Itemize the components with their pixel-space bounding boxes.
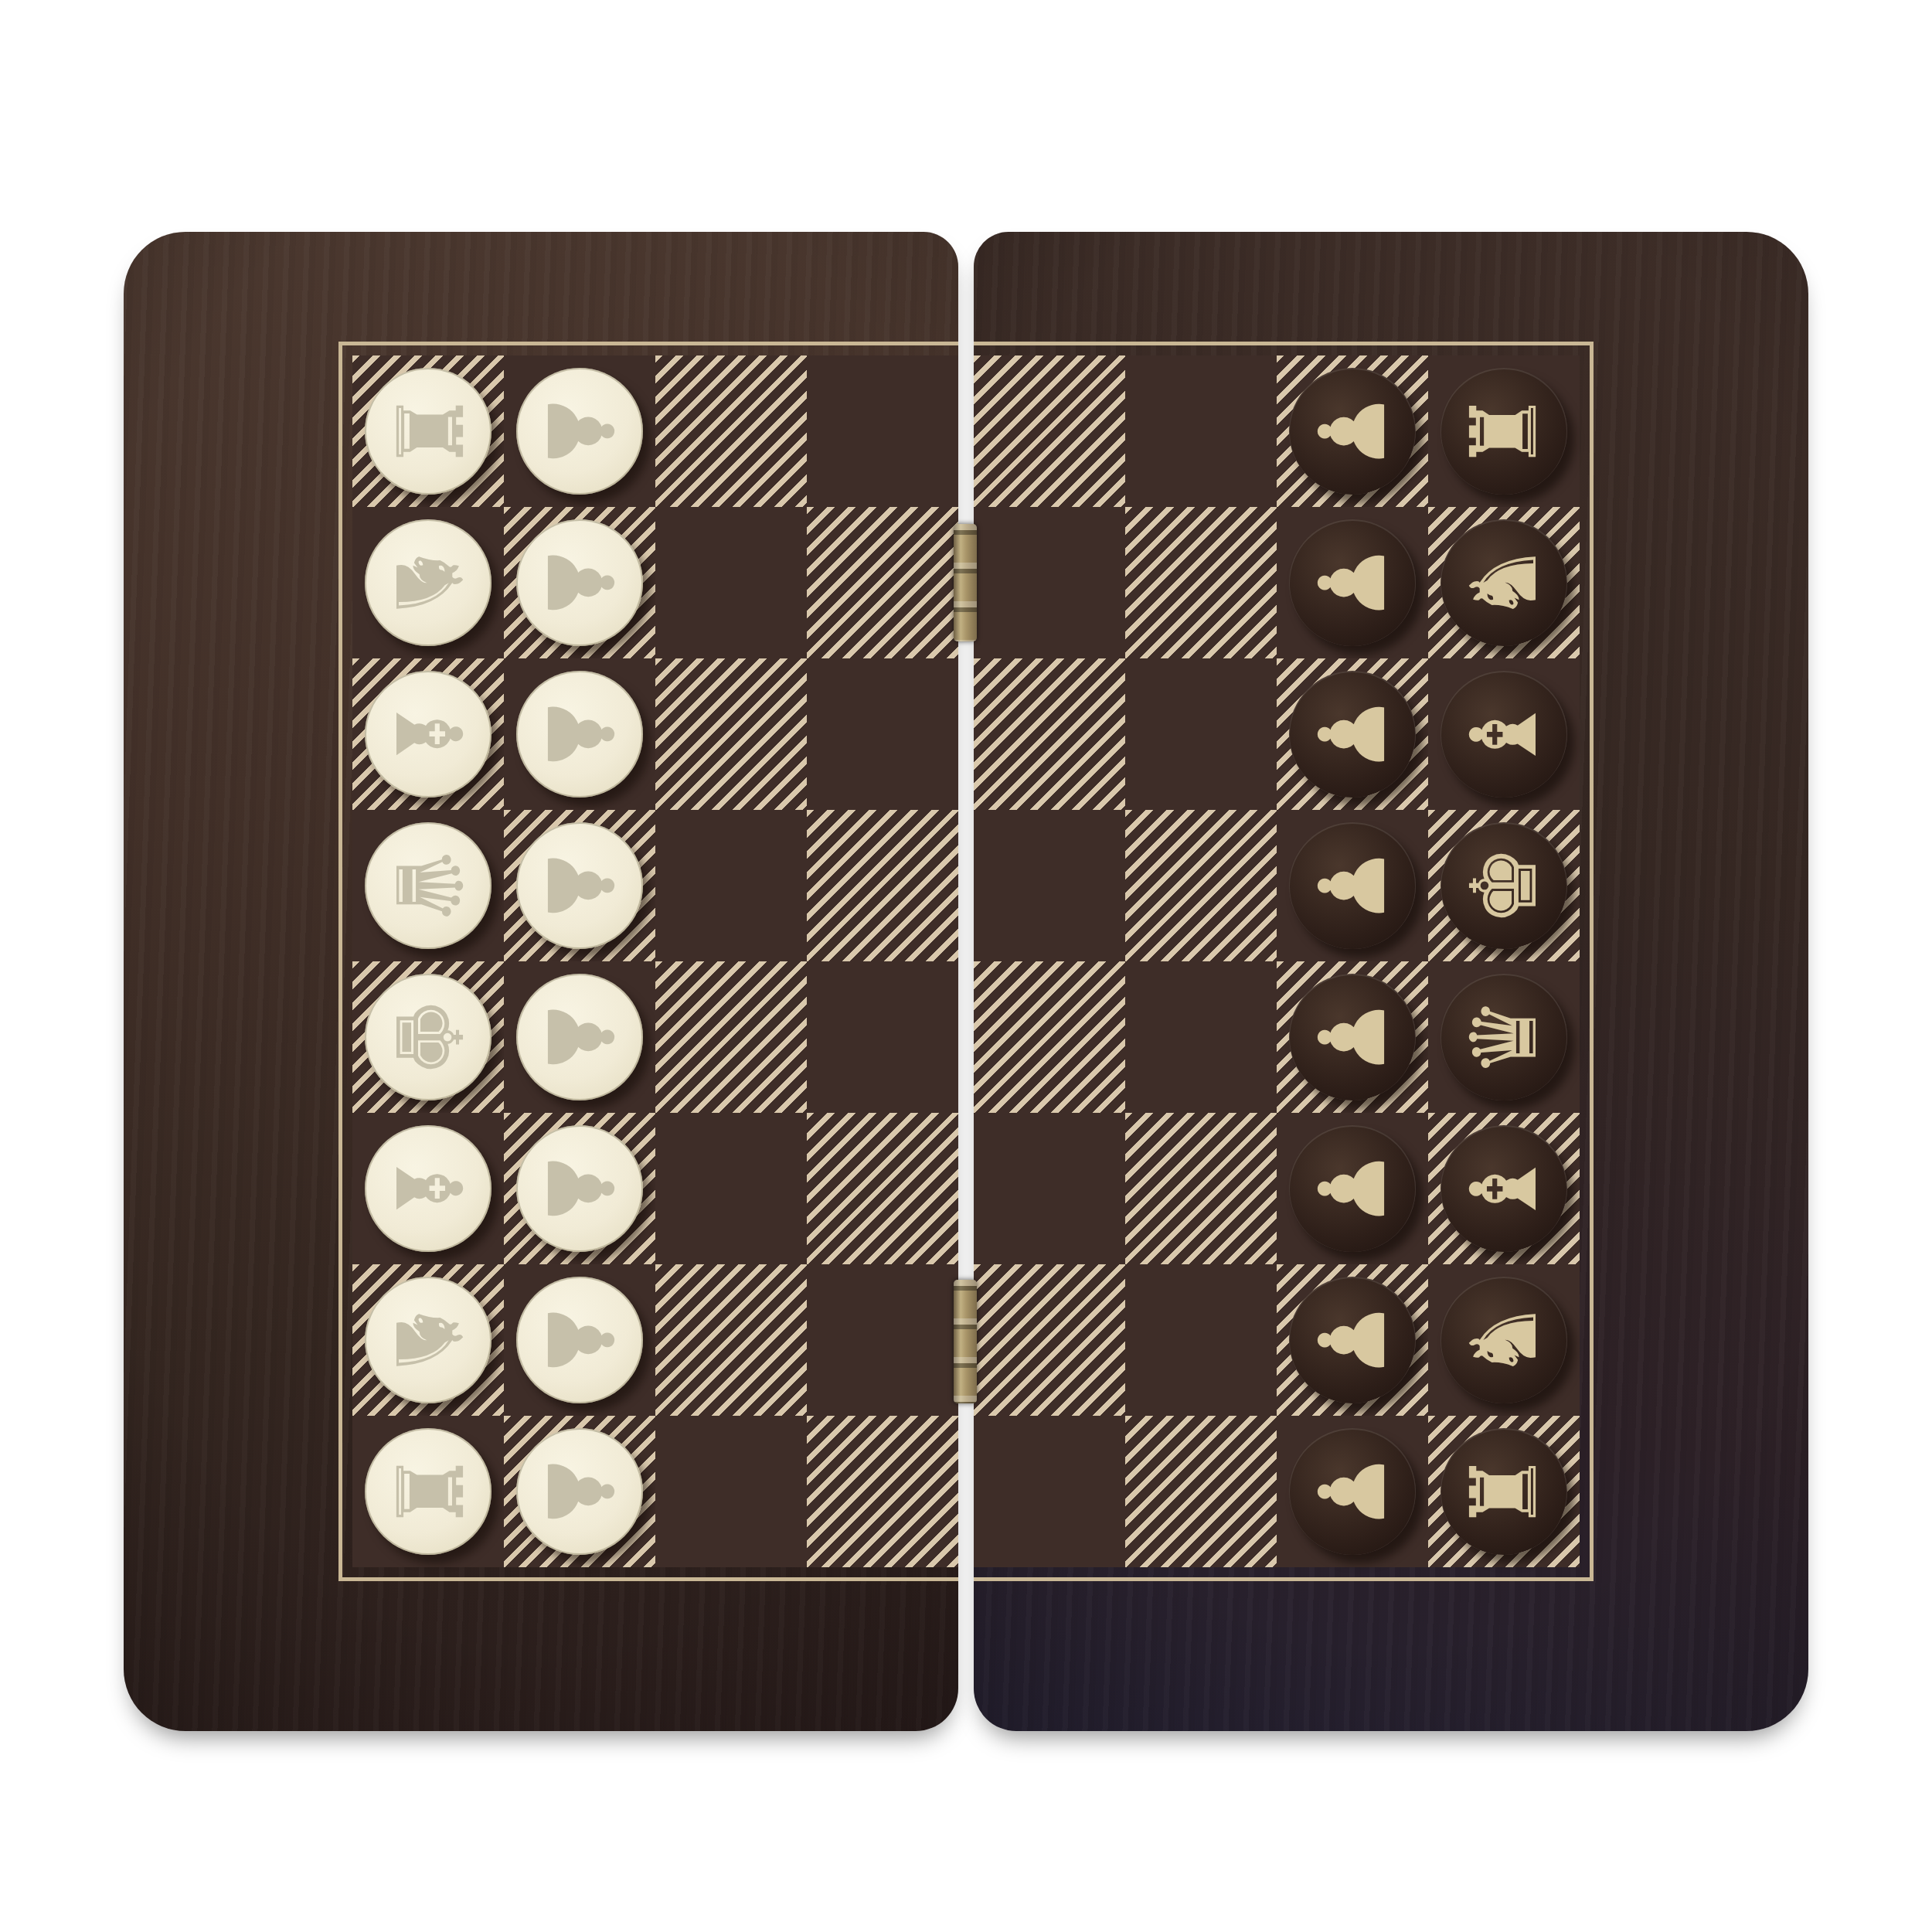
square-c7r5[interactable]: ♟ xyxy=(1277,961,1428,1113)
piece-glyph: ♚ xyxy=(383,996,474,1078)
black-king-disc[interactable]: ♚ xyxy=(1440,822,1567,949)
square-c1r8[interactable]: ♜ xyxy=(352,1416,504,1567)
black-bishop-disc[interactable]: ♝ xyxy=(1440,671,1567,798)
piece-glyph: ♟ xyxy=(1307,1299,1398,1381)
black-rook-disc[interactable]: ♜ xyxy=(1440,1428,1567,1555)
piece-glyph: ♟ xyxy=(534,693,625,775)
white-pawn-disc[interactable]: ♟ xyxy=(516,368,643,495)
square-c2r8[interactable]: ♟ xyxy=(504,1416,655,1567)
square-c4r5[interactable] xyxy=(807,961,958,1113)
white-pawn-disc[interactable]: ♟ xyxy=(516,974,643,1100)
square-c5r4[interactable] xyxy=(974,810,1125,961)
piece-glyph: ♝ xyxy=(1458,693,1549,775)
square-c8r8[interactable]: ♜ xyxy=(1428,1416,1580,1567)
piece-glyph: ♟ xyxy=(534,996,625,1078)
square-c1r6[interactable]: ♝ xyxy=(352,1113,504,1264)
square-c1r2[interactable]: ♞ xyxy=(352,507,504,658)
brass-hinge-top xyxy=(954,524,977,641)
square-c5r7[interactable] xyxy=(974,1264,1125,1416)
square-c5r8[interactable] xyxy=(974,1416,1125,1567)
square-c2r7[interactable]: ♟ xyxy=(504,1264,655,1416)
folding-chess-board: ♜♟♞♟♝♟♛♟♚♟♝♟♞♟♜♟ ♟♜♟♞♟♝♟♚♟♛♟♝♟♞♟♜ xyxy=(124,232,1808,1731)
piece-glyph: ♟ xyxy=(1307,1148,1398,1230)
white-bishop-disc[interactable]: ♝ xyxy=(365,1125,492,1252)
piece-glyph: ♜ xyxy=(1458,1451,1549,1532)
piece-glyph: ♟ xyxy=(534,1451,625,1532)
square-c2r5[interactable]: ♟ xyxy=(504,961,655,1113)
square-c8r3[interactable]: ♝ xyxy=(1428,658,1580,810)
piece-glyph: ♛ xyxy=(1458,996,1549,1078)
square-c6r1[interactable] xyxy=(1125,355,1277,507)
square-c1r4[interactable]: ♛ xyxy=(352,810,504,961)
square-c8r1[interactable]: ♜ xyxy=(1428,355,1580,507)
square-c8r5[interactable]: ♛ xyxy=(1428,961,1580,1113)
black-pawn-disc[interactable]: ♟ xyxy=(1289,519,1416,646)
square-c3r7[interactable] xyxy=(655,1264,807,1416)
white-pawn-disc[interactable]: ♟ xyxy=(516,1428,643,1555)
square-c6r7[interactable] xyxy=(1125,1264,1277,1416)
black-bishop-disc[interactable]: ♝ xyxy=(1440,1125,1567,1252)
piece-glyph: ♟ xyxy=(534,390,625,472)
black-knight-disc[interactable]: ♞ xyxy=(1440,519,1567,646)
square-c8r4[interactable]: ♚ xyxy=(1428,810,1580,961)
border-line-outer-right xyxy=(1590,342,1594,1581)
square-c4r7[interactable] xyxy=(807,1264,958,1416)
piece-glyph: ♜ xyxy=(383,390,474,472)
border-line-top-right xyxy=(974,342,1594,345)
square-c7r6[interactable]: ♟ xyxy=(1277,1113,1428,1264)
square-c3r5[interactable] xyxy=(655,961,807,1113)
square-c1r1[interactable]: ♜ xyxy=(352,355,504,507)
square-c1r5[interactable]: ♚ xyxy=(352,961,504,1113)
piece-glyph: ♛ xyxy=(383,845,474,927)
square-c7r7[interactable]: ♟ xyxy=(1277,1264,1428,1416)
piece-glyph: ♞ xyxy=(383,1299,474,1381)
square-c7r4[interactable]: ♟ xyxy=(1277,810,1428,961)
border-line-top-left xyxy=(338,342,958,345)
border-line-bottom-right xyxy=(974,1577,1594,1581)
square-c1r3[interactable]: ♝ xyxy=(352,658,504,810)
black-pawn-disc[interactable]: ♟ xyxy=(1289,974,1416,1100)
black-pawn-disc[interactable]: ♟ xyxy=(1289,368,1416,495)
piece-glyph: ♟ xyxy=(1307,996,1398,1078)
piece-glyph: ♜ xyxy=(1458,390,1549,472)
square-c2r2[interactable]: ♟ xyxy=(504,507,655,658)
square-c8r2[interactable]: ♞ xyxy=(1428,507,1580,658)
white-rook-disc[interactable]: ♜ xyxy=(365,1428,492,1555)
black-pawn-disc[interactable]: ♟ xyxy=(1289,822,1416,949)
square-c5r1[interactable] xyxy=(974,355,1125,507)
black-knight-disc[interactable]: ♞ xyxy=(1440,1277,1567,1403)
piece-glyph: ♞ xyxy=(1458,542,1549,624)
white-rook-disc[interactable]: ♜ xyxy=(365,368,492,495)
square-c4r6[interactable] xyxy=(807,1113,958,1264)
square-c3r2[interactable] xyxy=(655,507,807,658)
black-rook-disc[interactable]: ♜ xyxy=(1440,368,1567,495)
piece-glyph: ♟ xyxy=(1307,1451,1398,1532)
piece-glyph: ♟ xyxy=(1307,845,1398,927)
white-pawn-disc[interactable]: ♟ xyxy=(516,1125,643,1252)
black-pawn-disc[interactable]: ♟ xyxy=(1289,1428,1416,1555)
piece-glyph: ♟ xyxy=(534,542,625,624)
square-c7r2[interactable]: ♟ xyxy=(1277,507,1428,658)
white-pawn-disc[interactable]: ♟ xyxy=(516,1277,643,1403)
white-bishop-disc[interactable]: ♝ xyxy=(365,671,492,798)
square-c2r3[interactable]: ♟ xyxy=(504,658,655,810)
square-c8r7[interactable]: ♞ xyxy=(1428,1264,1580,1416)
square-c4r8[interactable] xyxy=(807,1416,958,1567)
white-pawn-disc[interactable]: ♟ xyxy=(516,822,643,949)
play-area-right: ♟♜♟♞♟♝♟♚♟♛♟♝♟♞♟♜ xyxy=(974,355,1580,1567)
square-c8r6[interactable]: ♝ xyxy=(1428,1113,1580,1264)
square-c6r5[interactable] xyxy=(1125,961,1277,1113)
square-c3r3[interactable] xyxy=(655,658,807,810)
square-c6r6[interactable] xyxy=(1125,1113,1277,1264)
board-left-half: ♜♟♞♟♝♟♛♟♚♟♝♟♞♟♜♟ xyxy=(124,232,958,1731)
square-c7r1[interactable]: ♟ xyxy=(1277,355,1428,507)
white-king-disc[interactable]: ♚ xyxy=(365,974,492,1100)
square-c6r2[interactable] xyxy=(1125,507,1277,658)
square-c5r5[interactable] xyxy=(974,961,1125,1113)
piece-glyph: ♟ xyxy=(534,1148,625,1230)
square-c3r4[interactable] xyxy=(655,810,807,961)
border-line-bottom-left xyxy=(338,1577,958,1581)
piece-glyph: ♟ xyxy=(534,845,625,927)
square-c3r8[interactable] xyxy=(655,1416,807,1567)
white-knight-disc[interactable]: ♞ xyxy=(365,1277,492,1403)
black-pawn-disc[interactable]: ♟ xyxy=(1289,1277,1416,1403)
square-c5r2[interactable] xyxy=(974,507,1125,658)
piece-glyph: ♚ xyxy=(1458,845,1549,927)
play-area-left: ♜♟♞♟♝♟♛♟♚♟♝♟♞♟♜♟ xyxy=(352,355,958,1567)
piece-glyph: ♞ xyxy=(383,542,474,624)
white-knight-disc[interactable]: ♞ xyxy=(365,519,492,646)
piece-glyph: ♝ xyxy=(383,1148,474,1230)
piece-glyph: ♝ xyxy=(383,693,474,775)
black-queen-disc[interactable]: ♛ xyxy=(1440,974,1567,1100)
black-pawn-disc[interactable]: ♟ xyxy=(1289,1125,1416,1252)
piece-glyph: ♟ xyxy=(1307,542,1398,624)
square-c7r3[interactable]: ♟ xyxy=(1277,658,1428,810)
square-c3r6[interactable] xyxy=(655,1113,807,1264)
black-pawn-disc[interactable]: ♟ xyxy=(1289,671,1416,798)
square-c4r1[interactable] xyxy=(807,355,958,507)
white-pawn-disc[interactable]: ♟ xyxy=(516,519,643,646)
square-c6r3[interactable] xyxy=(1125,658,1277,810)
square-c6r8[interactable] xyxy=(1125,1416,1277,1567)
square-c4r3[interactable] xyxy=(807,658,958,810)
piece-glyph: ♞ xyxy=(1458,1299,1549,1381)
square-c5r3[interactable] xyxy=(974,658,1125,810)
square-c3r1[interactable] xyxy=(655,355,807,507)
square-c1r7[interactable]: ♞ xyxy=(352,1264,504,1416)
square-c7r8[interactable]: ♟ xyxy=(1277,1416,1428,1567)
square-c4r4[interactable] xyxy=(807,810,958,961)
square-c2r1[interactable]: ♟ xyxy=(504,355,655,507)
square-c2r6[interactable]: ♟ xyxy=(504,1113,655,1264)
square-c6r4[interactable] xyxy=(1125,810,1277,961)
piece-glyph: ♜ xyxy=(383,1451,474,1532)
brass-hinge-bottom xyxy=(954,1280,977,1403)
square-c4r2[interactable] xyxy=(807,507,958,658)
white-pawn-disc[interactable]: ♟ xyxy=(516,671,643,798)
square-c2r4[interactable]: ♟ xyxy=(504,810,655,961)
square-c5r6[interactable] xyxy=(974,1113,1125,1264)
border-line-outer-left xyxy=(338,342,342,1581)
board-right-half: ♟♜♟♞♟♝♟♚♟♛♟♝♟♞♟♜ xyxy=(974,232,1808,1731)
piece-glyph: ♟ xyxy=(534,1299,625,1381)
white-queen-disc[interactable]: ♛ xyxy=(365,822,492,949)
piece-glyph: ♝ xyxy=(1458,1148,1549,1230)
piece-glyph: ♟ xyxy=(1307,693,1398,775)
piece-glyph: ♟ xyxy=(1307,390,1398,472)
